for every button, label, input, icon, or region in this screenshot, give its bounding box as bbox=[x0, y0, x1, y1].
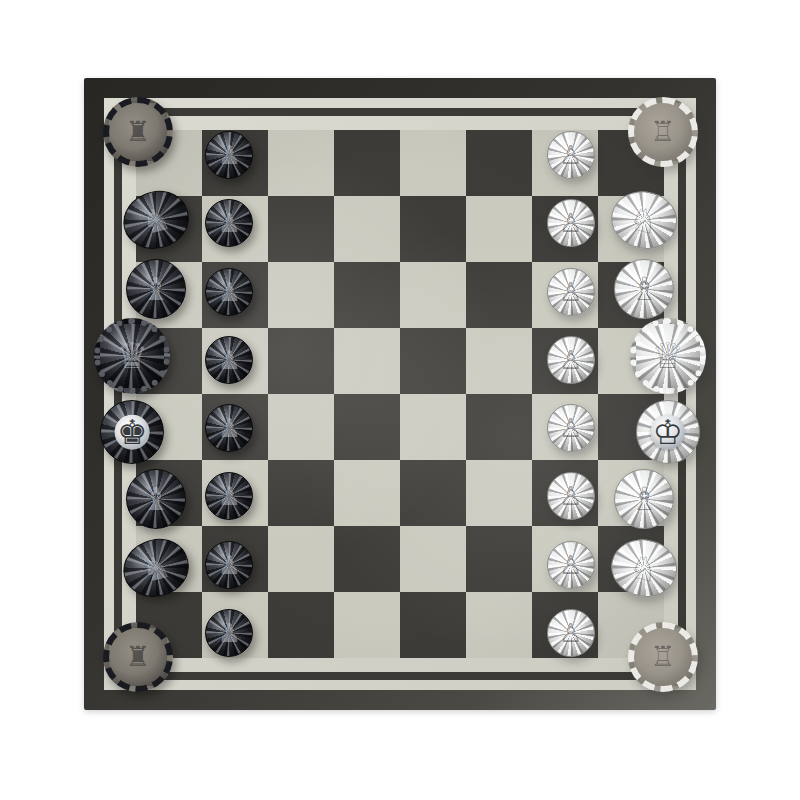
square-r1c3[interactable] bbox=[268, 130, 334, 196]
board-grid: ♜♟♙♖♞♟♙♘♝♟♙♗♛♟♙♕♚♟♙♔♝♟♙♗♞♟♙♘♜♟♙♖ bbox=[136, 130, 664, 658]
square-r7c4[interactable] bbox=[334, 526, 400, 592]
piece-dark-king[interactable]: ♚ bbox=[100, 400, 164, 464]
square-r1c5[interactable] bbox=[400, 130, 466, 196]
piece-silver-bishop[interactable]: ♗ bbox=[614, 259, 674, 319]
dark-pawn-glyph: ♟ bbox=[218, 620, 241, 646]
piece-dark-rook[interactable]: ♜ bbox=[103, 97, 173, 167]
silver-rook-glyph: ♖ bbox=[650, 118, 675, 146]
dark-bishop-glyph: ♝ bbox=[142, 483, 171, 515]
silver-pawn-glyph: ♙ bbox=[559, 210, 582, 236]
square-r3c5[interactable] bbox=[400, 262, 466, 328]
dark-pawn-glyph: ♟ bbox=[218, 210, 241, 236]
square-r2c3[interactable] bbox=[268, 196, 334, 262]
dark-knight-glyph: ♞ bbox=[138, 201, 174, 239]
piece-silver-pawn[interactable]: ♙ bbox=[547, 404, 595, 452]
silver-pawn-glyph: ♙ bbox=[559, 279, 582, 305]
square-r6c6[interactable] bbox=[466, 460, 532, 526]
silver-pawn-glyph: ♙ bbox=[559, 347, 582, 373]
piece-dark-pawn[interactable]: ♟ bbox=[205, 609, 253, 657]
piece-dark-pawn[interactable]: ♟ bbox=[205, 404, 253, 452]
square-r3c6[interactable] bbox=[466, 262, 532, 328]
piece-silver-rook[interactable]: ♖ bbox=[628, 622, 698, 692]
silver-pawn-glyph: ♙ bbox=[559, 620, 582, 646]
square-r1c4[interactable] bbox=[334, 130, 400, 196]
piece-silver-king[interactable]: ♔ bbox=[636, 400, 700, 464]
dark-king-glyph: ♚ bbox=[117, 415, 147, 449]
square-r4c4[interactable] bbox=[334, 328, 400, 394]
square-r7c5[interactable] bbox=[400, 526, 466, 592]
square-r5c3[interactable] bbox=[268, 394, 334, 460]
square-r2c6[interactable] bbox=[466, 196, 532, 262]
dark-rook-glyph: ♜ bbox=[125, 118, 150, 146]
dark-queen-glyph: ♛ bbox=[116, 338, 148, 374]
piece-dark-bishop[interactable]: ♝ bbox=[126, 259, 186, 319]
dark-pawn-glyph: ♟ bbox=[218, 347, 241, 373]
piece-silver-queen[interactable]: ♕ bbox=[630, 318, 706, 394]
square-r2c5[interactable] bbox=[400, 196, 466, 262]
square-r4c5[interactable] bbox=[400, 328, 466, 394]
square-r4c6[interactable] bbox=[466, 328, 532, 394]
square-r1c6[interactable] bbox=[466, 130, 532, 196]
piece-dark-rook[interactable]: ♜ bbox=[103, 622, 173, 692]
silver-bishop-glyph: ♗ bbox=[630, 273, 659, 305]
piece-dark-queen[interactable]: ♛ bbox=[94, 318, 170, 394]
piece-dark-pawn[interactable]: ♟ bbox=[205, 472, 253, 520]
square-r7c6[interactable] bbox=[466, 526, 532, 592]
dark-pawn-glyph: ♟ bbox=[218, 483, 241, 509]
square-r6c3[interactable] bbox=[268, 460, 334, 526]
board-border-margin: ♜♟♙♖♞♟♙♘♝♟♙♗♛♟♙♕♚♟♙♔♝♟♙♗♞♟♙♘♜♟♙♖ bbox=[104, 98, 696, 690]
piece-silver-bishop[interactable]: ♗ bbox=[614, 469, 674, 529]
silver-pawn-glyph: ♙ bbox=[559, 552, 582, 578]
square-r3c3[interactable] bbox=[268, 262, 334, 328]
piece-dark-bishop[interactable]: ♝ bbox=[126, 469, 186, 529]
piece-dark-pawn[interactable]: ♟ bbox=[205, 541, 253, 589]
silver-bishop-glyph: ♗ bbox=[630, 483, 659, 515]
board-frame: ♜♟♙♖♞♟♙♘♝♟♙♗♛♟♙♕♚♟♙♔♝♟♙♗♞♟♙♘♜♟♙♖ bbox=[84, 78, 716, 710]
square-r5c6[interactable] bbox=[466, 394, 532, 460]
square-r8c4[interactable] bbox=[334, 592, 400, 658]
square-r5c5[interactable] bbox=[400, 394, 466, 460]
piece-silver-pawn[interactable]: ♙ bbox=[547, 199, 595, 247]
photo-background: ♜♟♙♖♞♟♙♘♝♟♙♗♛♟♙♕♚♟♙♔♝♟♙♗♞♟♙♘♜♟♙♖ bbox=[0, 0, 800, 800]
piece-silver-pawn[interactable]: ♙ bbox=[547, 336, 595, 384]
piece-silver-rook[interactable]: ♖ bbox=[628, 97, 698, 167]
piece-dark-pawn[interactable]: ♟ bbox=[205, 336, 253, 384]
square-r2c4[interactable] bbox=[334, 196, 400, 262]
silver-knight-glyph: ♘ bbox=[626, 549, 662, 587]
board-inner-margin: ♜♟♙♖♞♟♙♘♝♟♙♗♛♟♙♕♚♟♙♔♝♟♙♗♞♟♙♘♜♟♙♖ bbox=[122, 116, 678, 672]
piece-silver-pawn[interactable]: ♙ bbox=[547, 131, 595, 179]
silver-rook-glyph: ♖ bbox=[650, 643, 675, 671]
dark-rook-glyph: ♜ bbox=[125, 643, 150, 671]
piece-silver-pawn[interactable]: ♙ bbox=[547, 472, 595, 520]
piece-silver-pawn[interactable]: ♙ bbox=[547, 541, 595, 589]
square-r6c5[interactable] bbox=[400, 460, 466, 526]
piece-silver-pawn[interactable]: ♙ bbox=[547, 268, 595, 316]
dark-pawn-glyph: ♟ bbox=[218, 279, 241, 305]
square-r8c3[interactable] bbox=[268, 592, 334, 658]
silver-pawn-glyph: ♙ bbox=[559, 483, 582, 509]
silver-pawn-glyph: ♙ bbox=[559, 142, 582, 168]
dark-pawn-glyph: ♟ bbox=[218, 552, 241, 578]
square-r6c4[interactable] bbox=[334, 460, 400, 526]
silver-knight-glyph: ♘ bbox=[626, 201, 662, 239]
silver-pawn-glyph: ♙ bbox=[559, 415, 582, 441]
dark-bishop-glyph: ♝ bbox=[142, 273, 171, 305]
board-inner-border-line: ♜♟♙♖♞♟♙♘♝♟♙♗♛♟♙♕♚♟♙♔♝♟♙♗♞♟♙♘♜♟♙♖ bbox=[114, 108, 686, 680]
dark-knight-glyph: ♞ bbox=[138, 549, 174, 587]
square-r8c5[interactable] bbox=[400, 592, 466, 658]
piece-dark-pawn[interactable]: ♟ bbox=[205, 268, 253, 316]
piece-dark-pawn[interactable]: ♟ bbox=[205, 131, 253, 179]
piece-dark-pawn[interactable]: ♟ bbox=[205, 199, 253, 247]
square-r3c4[interactable] bbox=[334, 262, 400, 328]
dark-pawn-glyph: ♟ bbox=[218, 142, 241, 168]
silver-king-glyph: ♔ bbox=[653, 415, 683, 449]
silver-queen-glyph: ♕ bbox=[652, 338, 684, 374]
square-r8c6[interactable] bbox=[466, 592, 532, 658]
square-r4c3[interactable] bbox=[268, 328, 334, 394]
square-r7c3[interactable] bbox=[268, 526, 334, 592]
piece-silver-pawn[interactable]: ♙ bbox=[547, 609, 595, 657]
dark-pawn-glyph: ♟ bbox=[218, 415, 241, 441]
square-r5c4[interactable] bbox=[334, 394, 400, 460]
